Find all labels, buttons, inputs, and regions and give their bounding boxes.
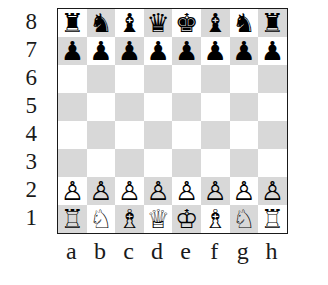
square-f6[interactable] <box>201 65 230 93</box>
square-c3[interactable] <box>115 149 144 177</box>
square-a5[interactable] <box>58 93 87 121</box>
piece-white-knight-b1[interactable]: ♘ <box>89 205 112 233</box>
rank-labels: 87654321 <box>0 8 50 232</box>
square-e2[interactable]: ♙ <box>172 177 201 205</box>
square-f7[interactable]: ♟ <box>201 37 230 65</box>
square-g3[interactable] <box>230 149 259 177</box>
rank-label-7: 7 <box>0 36 50 64</box>
piece-black-pawn-e7[interactable]: ♟ <box>175 37 198 65</box>
square-g5[interactable] <box>230 93 259 121</box>
square-h7[interactable]: ♟ <box>258 37 287 65</box>
chess-board: ♜♞♝♛♚♝♞♜♟♟♟♟♟♟♟♟♙♙♙♙♙♙♙♙♖♘♗♕♔♗♘♖ <box>57 8 288 234</box>
square-e6[interactable] <box>172 65 201 93</box>
square-f8[interactable]: ♝ <box>201 9 230 37</box>
piece-black-rook-a8[interactable]: ♜ <box>61 9 84 37</box>
piece-white-bishop-f1[interactable]: ♗ <box>204 205 227 233</box>
piece-black-pawn-f7[interactable]: ♟ <box>204 37 227 65</box>
square-f1[interactable]: ♗ <box>201 205 230 233</box>
square-d2[interactable]: ♙ <box>144 177 173 205</box>
square-e8[interactable]: ♚ <box>172 9 201 37</box>
square-a4[interactable] <box>58 121 87 149</box>
square-e1[interactable]: ♔ <box>172 205 201 233</box>
piece-black-queen-d8[interactable]: ♛ <box>146 9 169 37</box>
square-a8[interactable]: ♜ <box>58 9 87 37</box>
file-label-e: e <box>171 236 200 266</box>
square-g4[interactable] <box>230 121 259 149</box>
square-a1[interactable]: ♖ <box>58 205 87 233</box>
piece-white-pawn-c2[interactable]: ♙ <box>118 177 141 205</box>
file-label-f: f <box>200 236 229 266</box>
square-e5[interactable] <box>172 93 201 121</box>
file-label-h: h <box>257 236 286 266</box>
rank-label-5: 5 <box>0 92 50 120</box>
square-d6[interactable] <box>144 65 173 93</box>
square-g6[interactable] <box>230 65 259 93</box>
file-label-a: a <box>57 236 86 266</box>
square-b3[interactable] <box>87 149 116 177</box>
rank-label-1: 1 <box>0 204 50 232</box>
square-d3[interactable] <box>144 149 173 177</box>
piece-white-bishop-c1[interactable]: ♗ <box>118 205 141 233</box>
rank-label-8: 8 <box>0 8 50 36</box>
square-g7[interactable]: ♟ <box>230 37 259 65</box>
piece-white-pawn-g2[interactable]: ♙ <box>232 177 255 205</box>
square-c6[interactable] <box>115 65 144 93</box>
piece-black-bishop-c8[interactable]: ♝ <box>118 9 141 37</box>
square-a7[interactable]: ♟ <box>58 37 87 65</box>
square-e7[interactable]: ♟ <box>172 37 201 65</box>
square-h3[interactable] <box>258 149 287 177</box>
piece-black-knight-b8[interactable]: ♞ <box>89 9 112 37</box>
square-c8[interactable]: ♝ <box>115 9 144 37</box>
square-f3[interactable] <box>201 149 230 177</box>
square-f4[interactable] <box>201 121 230 149</box>
square-d8[interactable]: ♛ <box>144 9 173 37</box>
square-f2[interactable]: ♙ <box>201 177 230 205</box>
square-d1[interactable]: ♕ <box>144 205 173 233</box>
piece-black-pawn-b7[interactable]: ♟ <box>89 37 112 65</box>
piece-white-knight-g1[interactable]: ♘ <box>232 205 255 233</box>
piece-black-knight-g8[interactable]: ♞ <box>232 9 255 37</box>
rank-label-2: 2 <box>0 176 50 204</box>
square-g8[interactable]: ♞ <box>230 9 259 37</box>
rank-label-4: 4 <box>0 120 50 148</box>
piece-black-pawn-d7[interactable]: ♟ <box>146 37 169 65</box>
square-h8[interactable]: ♜ <box>258 9 287 37</box>
square-e3[interactable] <box>172 149 201 177</box>
square-c5[interactable] <box>115 93 144 121</box>
square-g1[interactable]: ♘ <box>230 205 259 233</box>
square-c7[interactable]: ♟ <box>115 37 144 65</box>
piece-white-pawn-h2[interactable]: ♙ <box>261 177 284 205</box>
square-c4[interactable] <box>115 121 144 149</box>
file-label-d: d <box>143 236 172 266</box>
piece-white-pawn-f2[interactable]: ♙ <box>204 177 227 205</box>
square-a6[interactable] <box>58 65 87 93</box>
square-b8[interactable]: ♞ <box>87 9 116 37</box>
piece-black-bishop-f8[interactable]: ♝ <box>204 9 227 37</box>
square-h4[interactable] <box>258 121 287 149</box>
square-b2[interactable]: ♙ <box>87 177 116 205</box>
square-h2[interactable]: ♙ <box>258 177 287 205</box>
square-d5[interactable] <box>144 93 173 121</box>
piece-black-rook-h8[interactable]: ♜ <box>261 9 284 37</box>
square-c2[interactable]: ♙ <box>115 177 144 205</box>
square-f5[interactable] <box>201 93 230 121</box>
piece-white-pawn-a2[interactable]: ♙ <box>61 177 84 205</box>
piece-white-king-e1[interactable]: ♔ <box>175 205 198 233</box>
piece-white-pawn-e2[interactable]: ♙ <box>175 177 198 205</box>
square-a3[interactable] <box>58 149 87 177</box>
square-h6[interactable] <box>258 65 287 93</box>
square-h1[interactable]: ♖ <box>258 205 287 233</box>
piece-white-rook-a1[interactable]: ♖ <box>61 205 84 233</box>
square-h5[interactable] <box>258 93 287 121</box>
piece-black-pawn-h7[interactable]: ♟ <box>261 37 284 65</box>
square-e4[interactable] <box>172 121 201 149</box>
file-label-g: g <box>229 236 258 266</box>
piece-black-pawn-c7[interactable]: ♟ <box>118 37 141 65</box>
square-b5[interactable] <box>87 93 116 121</box>
square-b6[interactable] <box>87 65 116 93</box>
square-b4[interactable] <box>87 121 116 149</box>
square-g2[interactable]: ♙ <box>230 177 259 205</box>
square-b7[interactable]: ♟ <box>87 37 116 65</box>
square-d7[interactable]: ♟ <box>144 37 173 65</box>
square-b1[interactable]: ♘ <box>87 205 116 233</box>
rank-label-3: 3 <box>0 148 50 176</box>
rank-label-6: 6 <box>0 64 50 92</box>
square-d4[interactable] <box>144 121 173 149</box>
chess-diagram-page: 87654321 ♜♞♝♛♚♝♞♜♟♟♟♟♟♟♟♟♙♙♙♙♙♙♙♙♖♘♗♕♔♗♘… <box>0 0 328 285</box>
file-label-c: c <box>114 236 143 266</box>
square-a2[interactable]: ♙ <box>58 177 87 205</box>
piece-white-rook-h1[interactable]: ♖ <box>261 205 284 233</box>
piece-white-queen-d1[interactable]: ♕ <box>146 205 169 233</box>
square-c1[interactable]: ♗ <box>115 205 144 233</box>
piece-white-pawn-b2[interactable]: ♙ <box>89 177 112 205</box>
piece-black-king-e8[interactable]: ♚ <box>175 9 198 37</box>
piece-black-pawn-g7[interactable]: ♟ <box>232 37 255 65</box>
piece-white-pawn-d2[interactable]: ♙ <box>146 177 169 205</box>
file-label-b: b <box>86 236 115 266</box>
file-labels: abcdefgh <box>57 236 286 266</box>
piece-black-pawn-a7[interactable]: ♟ <box>61 37 84 65</box>
